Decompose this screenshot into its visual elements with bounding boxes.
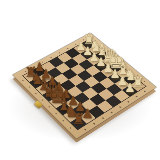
coordinate-tick-mark xyxy=(127,101,129,103)
coordinate-tick-mark xyxy=(62,120,64,122)
coordinate-tick-mark xyxy=(42,61,44,62)
coordinate-tick-mark xyxy=(115,57,117,58)
coordinate-tick-mark xyxy=(108,51,110,52)
coordinate-tick-mark xyxy=(59,52,61,53)
coordinate-tick-mark xyxy=(84,129,86,131)
coordinate-tick-mark xyxy=(129,68,131,69)
coordinate-tick-mark xyxy=(136,74,138,75)
coordinate-tick-mark xyxy=(70,127,72,129)
coordinate-tick-mark xyxy=(42,99,44,101)
coordinate-tick-mark xyxy=(48,106,50,108)
coordinate-tick-mark xyxy=(25,71,27,72)
coordinate-tick-mark xyxy=(35,93,37,95)
coordinate-tick-mark xyxy=(144,91,146,93)
product-photo-stage: ♜♞♝♛♚♝♞♜♟♟♟♟♟♟♟♟♟♟♟♟♟♟♟♟♜♞♝♛♚♝♞♜ xyxy=(0,0,160,160)
coordinate-tick-mark xyxy=(67,48,69,49)
coordinate-tick-mark xyxy=(119,106,121,108)
coordinate-tick-mark xyxy=(28,86,30,88)
coordinate-tick-mark xyxy=(55,113,57,115)
coordinate-tick-mark xyxy=(111,112,113,114)
coordinate-tick-mark xyxy=(122,63,124,64)
coordinate-tick-mark xyxy=(95,40,97,41)
coordinate-tick-mark xyxy=(33,66,35,67)
coordinate-tick-mark xyxy=(144,81,146,82)
coordinate-tick-mark xyxy=(83,39,85,40)
coordinate-tick-mark xyxy=(22,80,24,81)
coordinate-tick-mark xyxy=(50,57,52,58)
coordinate-tick-mark xyxy=(101,45,103,46)
coordinate-tick-mark xyxy=(75,43,77,44)
coordinate-tick-mark xyxy=(93,123,95,125)
coordinate-tick-mark xyxy=(102,117,104,119)
coordinate-tick-mark xyxy=(136,96,138,98)
